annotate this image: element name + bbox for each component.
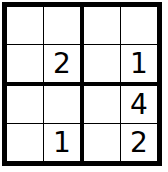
box-top-left: 2 xyxy=(7,7,80,82)
cell-r2c0[interactable] xyxy=(7,86,43,123)
cell-r3c2[interactable] xyxy=(84,124,120,161)
cell-r3c3[interactable]: 2 xyxy=(121,124,157,161)
box-bottom-right: 4 2 xyxy=(84,86,157,161)
cell-r3c1[interactable]: 1 xyxy=(44,124,80,161)
box-top-right: 1 xyxy=(84,7,157,82)
cell-r0c0[interactable] xyxy=(7,7,43,44)
cell-r2c2[interactable] xyxy=(84,86,120,123)
cell-r0c2[interactable] xyxy=(84,7,120,44)
cell-r0c3[interactable] xyxy=(121,7,157,44)
cell-r2c1[interactable] xyxy=(44,86,80,123)
cell-r1c0[interactable] xyxy=(7,45,43,82)
box-bottom-left: 1 xyxy=(7,86,80,161)
cell-r2c3[interactable]: 4 xyxy=(121,86,157,123)
cell-r3c0[interactable] xyxy=(7,124,43,161)
cell-r1c3[interactable]: 1 xyxy=(121,45,157,82)
cell-r1c1[interactable]: 2 xyxy=(44,45,80,82)
cell-r0c1[interactable] xyxy=(44,7,80,44)
sudoku-board: 2 1 1 4 2 xyxy=(2,2,162,166)
cell-r1c2[interactable] xyxy=(84,45,120,82)
